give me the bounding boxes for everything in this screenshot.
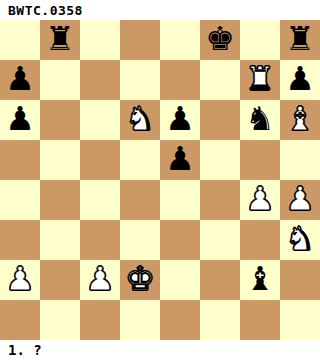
square-f4[interactable] bbox=[200, 180, 240, 220]
black-rook-icon: ♜ bbox=[285, 19, 315, 59]
square-h8[interactable]: ♜ bbox=[280, 20, 320, 60]
square-d4[interactable] bbox=[120, 180, 160, 220]
square-h4[interactable]: ♟ bbox=[280, 180, 320, 220]
square-g2[interactable]: ♝ bbox=[240, 260, 280, 300]
square-a2[interactable]: ♟ bbox=[0, 260, 40, 300]
square-h1[interactable] bbox=[280, 300, 320, 340]
square-a6[interactable]: ♟ bbox=[0, 100, 40, 140]
white-pawn-icon: ♟ bbox=[85, 259, 115, 299]
square-a4[interactable] bbox=[0, 180, 40, 220]
square-g6[interactable]: ♞ bbox=[240, 100, 280, 140]
footer-bar: 1. ? bbox=[0, 340, 320, 360]
square-h7[interactable]: ♟ bbox=[280, 60, 320, 100]
square-b7[interactable] bbox=[40, 60, 80, 100]
black-king-icon: ♚ bbox=[205, 19, 235, 59]
square-f3[interactable] bbox=[200, 220, 240, 260]
square-g7[interactable]: ♜ bbox=[240, 60, 280, 100]
square-g4[interactable]: ♟ bbox=[240, 180, 280, 220]
square-h3[interactable]: ♞ bbox=[280, 220, 320, 260]
black-knight-icon: ♞ bbox=[245, 99, 275, 139]
square-h2[interactable] bbox=[280, 260, 320, 300]
black-rook-icon: ♜ bbox=[45, 19, 75, 59]
square-f2[interactable] bbox=[200, 260, 240, 300]
square-g3[interactable] bbox=[240, 220, 280, 260]
square-a8[interactable] bbox=[0, 20, 40, 60]
square-d1[interactable] bbox=[120, 300, 160, 340]
square-b8[interactable]: ♜ bbox=[40, 20, 80, 60]
white-bishop-icon: ♝ bbox=[285, 99, 315, 139]
title-bar: BWTC.0358 bbox=[0, 0, 320, 20]
square-d3[interactable] bbox=[120, 220, 160, 260]
square-e7[interactable] bbox=[160, 60, 200, 100]
square-d7[interactable] bbox=[120, 60, 160, 100]
black-pawn-icon: ♟ bbox=[5, 99, 35, 139]
square-h5[interactable] bbox=[280, 140, 320, 180]
square-h6[interactable]: ♝ bbox=[280, 100, 320, 140]
square-d5[interactable] bbox=[120, 140, 160, 180]
square-c5[interactable] bbox=[80, 140, 120, 180]
square-b3[interactable] bbox=[40, 220, 80, 260]
square-e6[interactable]: ♟ bbox=[160, 100, 200, 140]
square-e5[interactable]: ♟ bbox=[160, 140, 200, 180]
square-b2[interactable] bbox=[40, 260, 80, 300]
square-b5[interactable] bbox=[40, 140, 80, 180]
square-g5[interactable] bbox=[240, 140, 280, 180]
move-prompt: 1. ? bbox=[8, 342, 42, 358]
chess-problem-app: BWTC.0358 ♜♚♜♟♜♟♟♞♟♞♝♟♟♟♞♟♟♚♝ 1. ? bbox=[0, 0, 320, 360]
square-f1[interactable] bbox=[200, 300, 240, 340]
square-e3[interactable] bbox=[160, 220, 200, 260]
square-b6[interactable] bbox=[40, 100, 80, 140]
square-e1[interactable] bbox=[160, 300, 200, 340]
square-e4[interactable] bbox=[160, 180, 200, 220]
white-pawn-icon: ♟ bbox=[245, 179, 275, 219]
white-knight-icon: ♞ bbox=[125, 99, 155, 139]
white-king-icon: ♚ bbox=[125, 259, 155, 299]
square-f6[interactable] bbox=[200, 100, 240, 140]
square-e8[interactable] bbox=[160, 20, 200, 60]
black-pawn-icon: ♟ bbox=[5, 59, 35, 99]
square-a1[interactable] bbox=[0, 300, 40, 340]
black-pawn-icon: ♟ bbox=[165, 139, 195, 179]
white-rook-icon: ♜ bbox=[245, 59, 275, 99]
square-b1[interactable] bbox=[40, 300, 80, 340]
black-bishop-icon: ♝ bbox=[245, 259, 275, 299]
square-c1[interactable] bbox=[80, 300, 120, 340]
square-d8[interactable] bbox=[120, 20, 160, 60]
square-d2[interactable]: ♚ bbox=[120, 260, 160, 300]
chess-board: ♜♚♜♟♜♟♟♞♟♞♝♟♟♟♞♟♟♚♝ bbox=[0, 20, 320, 340]
square-e2[interactable] bbox=[160, 260, 200, 300]
problem-title: BWTC.0358 bbox=[8, 3, 83, 18]
square-a5[interactable] bbox=[0, 140, 40, 180]
white-pawn-icon: ♟ bbox=[285, 179, 315, 219]
square-a3[interactable] bbox=[0, 220, 40, 260]
black-pawn-icon: ♟ bbox=[165, 99, 195, 139]
square-c8[interactable] bbox=[80, 20, 120, 60]
square-c3[interactable] bbox=[80, 220, 120, 260]
square-c4[interactable] bbox=[80, 180, 120, 220]
square-d6[interactable]: ♞ bbox=[120, 100, 160, 140]
white-knight-icon: ♞ bbox=[285, 219, 315, 259]
square-c2[interactable]: ♟ bbox=[80, 260, 120, 300]
square-g1[interactable] bbox=[240, 300, 280, 340]
square-c6[interactable] bbox=[80, 100, 120, 140]
square-f5[interactable] bbox=[200, 140, 240, 180]
square-b4[interactable] bbox=[40, 180, 80, 220]
square-f8[interactable]: ♚ bbox=[200, 20, 240, 60]
square-f7[interactable] bbox=[200, 60, 240, 100]
white-pawn-icon: ♟ bbox=[5, 259, 35, 299]
black-pawn-icon: ♟ bbox=[285, 59, 315, 99]
square-c7[interactable] bbox=[80, 60, 120, 100]
square-g8[interactable] bbox=[240, 20, 280, 60]
square-a7[interactable]: ♟ bbox=[0, 60, 40, 100]
